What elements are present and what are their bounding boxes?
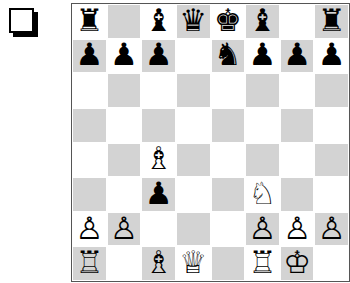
square-a2[interactable]: ♙ <box>72 212 107 247</box>
square-e5[interactable] <box>211 108 246 143</box>
square-a3[interactable] <box>72 177 107 212</box>
square-g7[interactable]: ♟ <box>280 39 315 74</box>
square-a7[interactable]: ♟ <box>72 39 107 74</box>
square-f2[interactable]: ♙ <box>245 212 280 247</box>
square-c7[interactable]: ♟ <box>141 39 176 74</box>
square-a5[interactable] <box>72 108 107 143</box>
square-g6[interactable] <box>280 73 315 108</box>
square-b3[interactable] <box>107 177 142 212</box>
square-b5[interactable] <box>107 108 142 143</box>
square-e2[interactable] <box>211 212 246 247</box>
piece-black-pawn[interactable]: ♟ <box>110 39 138 70</box>
square-h1[interactable] <box>314 246 349 281</box>
square-c5[interactable] <box>141 108 176 143</box>
piece-white-king[interactable]: ♔ <box>283 247 311 278</box>
square-f3[interactable]: ♘ <box>245 177 280 212</box>
square-h2[interactable]: ♙ <box>314 212 349 247</box>
square-a1[interactable]: ♖ <box>72 246 107 281</box>
square-f1[interactable]: ♖ <box>245 246 280 281</box>
square-e8[interactable]: ♚ <box>211 4 246 39</box>
square-d2[interactable] <box>176 212 211 247</box>
square-h5[interactable] <box>314 108 349 143</box>
square-g2[interactable]: ♙ <box>280 212 315 247</box>
square-c6[interactable] <box>141 73 176 108</box>
piece-white-bishop[interactable]: ♗ <box>145 143 173 174</box>
square-f4[interactable] <box>245 143 280 178</box>
piece-black-king[interactable]: ♚ <box>214 5 242 36</box>
square-a8[interactable]: ♜ <box>72 4 107 39</box>
square-f8[interactable]: ♝ <box>245 4 280 39</box>
square-g3[interactable] <box>280 177 315 212</box>
square-f6[interactable] <box>245 73 280 108</box>
piece-white-rook[interactable]: ♖ <box>249 247 277 278</box>
square-g8[interactable] <box>280 4 315 39</box>
square-b4[interactable] <box>107 143 142 178</box>
chess-board: ♜♝♛♚♝♜♟♟♟♞♟♟♟♗♟♘♙♙♙♙♙♖♗♕♖♔ <box>71 3 350 282</box>
piece-white-queen[interactable]: ♕ <box>179 247 207 278</box>
piece-black-pawn[interactable]: ♟ <box>145 39 173 70</box>
piece-white-rook[interactable]: ♖ <box>75 247 103 278</box>
piece-white-pawn[interactable]: ♙ <box>249 213 277 244</box>
piece-black-pawn[interactable]: ♟ <box>145 178 173 209</box>
square-a6[interactable] <box>72 73 107 108</box>
piece-black-bishop[interactable]: ♝ <box>145 5 173 36</box>
piece-white-pawn[interactable]: ♙ <box>318 213 346 244</box>
piece-black-rook[interactable]: ♜ <box>318 5 346 36</box>
square-h4[interactable] <box>314 143 349 178</box>
square-d1[interactable]: ♕ <box>176 246 211 281</box>
square-g1[interactable]: ♔ <box>280 246 315 281</box>
piece-white-pawn[interactable]: ♙ <box>283 213 311 244</box>
piece-black-queen[interactable]: ♛ <box>179 5 207 36</box>
piece-black-pawn[interactable]: ♟ <box>75 39 103 70</box>
square-c3[interactable]: ♟ <box>141 177 176 212</box>
square-e7[interactable]: ♞ <box>211 39 246 74</box>
square-c4[interactable]: ♗ <box>141 143 176 178</box>
square-e4[interactable] <box>211 143 246 178</box>
square-d6[interactable] <box>176 73 211 108</box>
square-g5[interactable] <box>280 108 315 143</box>
piece-black-pawn[interactable]: ♟ <box>318 39 346 70</box>
piece-black-pawn[interactable]: ♟ <box>249 39 277 70</box>
square-e3[interactable] <box>211 177 246 212</box>
piece-black-pawn[interactable]: ♟ <box>283 39 311 70</box>
square-d3[interactable] <box>176 177 211 212</box>
square-b8[interactable] <box>107 4 142 39</box>
square-h3[interactable] <box>314 177 349 212</box>
square-f7[interactable]: ♟ <box>245 39 280 74</box>
square-g4[interactable] <box>280 143 315 178</box>
piece-white-bishop[interactable]: ♗ <box>145 247 173 278</box>
piece-black-bishop[interactable]: ♝ <box>249 5 277 36</box>
square-b1[interactable] <box>107 246 142 281</box>
square-h6[interactable] <box>314 73 349 108</box>
square-d4[interactable] <box>176 143 211 178</box>
square-b7[interactable]: ♟ <box>107 39 142 74</box>
square-d7[interactable] <box>176 39 211 74</box>
white-to-move-icon <box>9 8 34 33</box>
square-c8[interactable]: ♝ <box>141 4 176 39</box>
square-c1[interactable]: ♗ <box>141 246 176 281</box>
square-d5[interactable] <box>176 108 211 143</box>
piece-black-rook[interactable]: ♜ <box>75 5 103 36</box>
square-b6[interactable] <box>107 73 142 108</box>
square-h7[interactable]: ♟ <box>314 39 349 74</box>
piece-black-knight[interactable]: ♞ <box>214 39 242 70</box>
piece-white-pawn[interactable]: ♙ <box>75 213 103 244</box>
square-e6[interactable] <box>211 73 246 108</box>
square-f5[interactable] <box>245 108 280 143</box>
square-d8[interactable]: ♛ <box>176 4 211 39</box>
piece-white-pawn[interactable]: ♙ <box>110 213 138 244</box>
square-e1[interactable] <box>211 246 246 281</box>
piece-white-knight[interactable]: ♘ <box>249 178 277 209</box>
square-b2[interactable]: ♙ <box>107 212 142 247</box>
square-a4[interactable] <box>72 143 107 178</box>
chess-diagram-page: ♜♝♛♚♝♜♟♟♟♞♟♟♟♗♟♘♙♙♙♙♙♖♗♕♖♔ <box>0 0 350 283</box>
square-c2[interactable] <box>141 212 176 247</box>
square-h8[interactable]: ♜ <box>314 4 349 39</box>
